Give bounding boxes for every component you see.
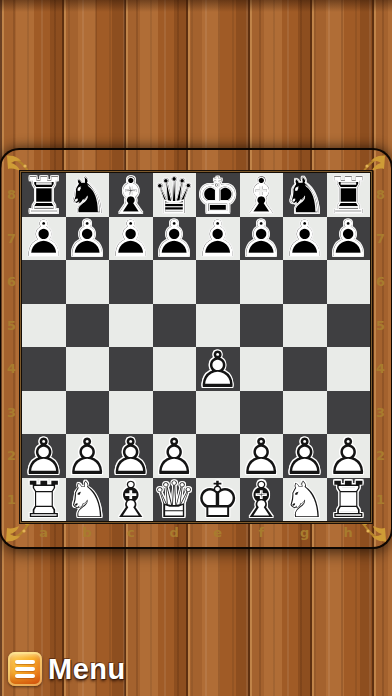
- piece-outline-glyph: ♖: [327, 479, 371, 523]
- square-b7[interactable]: ♟♙: [66, 217, 110, 261]
- rank-label-right-4: 4: [370, 347, 391, 391]
- piece-black-pawn[interactable]: ♟♙: [22, 217, 66, 261]
- rank-label-right-1: 1: [370, 478, 391, 522]
- file-label-c: c: [109, 522, 153, 546]
- square-b5[interactable]: [66, 304, 110, 348]
- square-a5[interactable]: [22, 304, 66, 348]
- square-a6[interactable]: [22, 260, 66, 304]
- square-b6[interactable]: [66, 260, 110, 304]
- rank-label-right-2: 2: [370, 434, 391, 478]
- file-label-f: f: [240, 522, 284, 546]
- square-g4[interactable]: [283, 347, 327, 391]
- square-e1[interactable]: ♚♔: [196, 478, 240, 522]
- piece-outline-glyph: ♘: [66, 479, 110, 523]
- piece-outline-glyph: ♔: [196, 479, 240, 523]
- square-b4[interactable]: [66, 347, 110, 391]
- file-label-g: g: [283, 522, 327, 546]
- rank-label-left-6: 6: [1, 260, 22, 304]
- menu-button[interactable]: Menu: [8, 652, 126, 686]
- rank-label-left-3: 3: [1, 391, 22, 435]
- square-f5[interactable]: [240, 304, 284, 348]
- file-labels-bottom: abcdefgh: [22, 522, 370, 546]
- piece-outline-glyph: ♘: [283, 479, 327, 523]
- square-a1[interactable]: ♜♖: [22, 478, 66, 522]
- rank-label-right-6: 6: [370, 260, 391, 304]
- square-h4[interactable]: [327, 347, 371, 391]
- rank-label-right-7: 7: [370, 217, 391, 261]
- rank-label-right-8: 8: [370, 173, 391, 217]
- rank-label-right-5: 5: [370, 304, 391, 348]
- menu-button-label: Menu: [48, 655, 126, 684]
- piece-outline-glyph: ♖: [22, 479, 66, 523]
- piece-white-king[interactable]: ♚♔: [196, 478, 240, 522]
- square-g5[interactable]: [283, 304, 327, 348]
- square-g6[interactable]: [283, 260, 327, 304]
- square-a4[interactable]: [22, 347, 66, 391]
- square-h6[interactable]: [327, 260, 371, 304]
- square-e6[interactable]: [196, 260, 240, 304]
- piece-black-pawn[interactable]: ♟♙: [196, 217, 240, 261]
- piece-white-rook[interactable]: ♜♖: [22, 478, 66, 522]
- piece-white-knight[interactable]: ♞♘: [283, 478, 327, 522]
- piece-white-rook[interactable]: ♜♖: [327, 478, 371, 522]
- square-h7[interactable]: ♟♙: [327, 217, 371, 261]
- piece-white-knight[interactable]: ♞♘: [66, 478, 110, 522]
- square-e3[interactable]: [196, 391, 240, 435]
- piece-black-pawn[interactable]: ♟♙: [327, 217, 371, 261]
- square-a7[interactable]: ♟♙: [22, 217, 66, 261]
- square-c7[interactable]: ♟♙: [109, 217, 153, 261]
- piece-black-pawn[interactable]: ♟♙: [240, 217, 284, 261]
- rank-labels-left: 87654321: [1, 173, 22, 521]
- piece-outline-glyph: ♕: [153, 479, 197, 523]
- file-label-d: d: [153, 522, 197, 546]
- square-d6[interactable]: [153, 260, 197, 304]
- piece-outline-glyph: ♗: [240, 479, 284, 523]
- rank-label-left-8: 8: [1, 173, 22, 217]
- piece-white-bishop[interactable]: ♝♗: [109, 478, 153, 522]
- square-f4[interactable]: [240, 347, 284, 391]
- square-d5[interactable]: [153, 304, 197, 348]
- file-label-b: b: [66, 522, 110, 546]
- piece-white-queen[interactable]: ♛♕: [153, 478, 197, 522]
- hamburger-menu-icon: [8, 652, 42, 686]
- square-d1[interactable]: ♛♕: [153, 478, 197, 522]
- square-c1[interactable]: ♝♗: [109, 478, 153, 522]
- square-c5[interactable]: [109, 304, 153, 348]
- square-g7[interactable]: ♟♙: [283, 217, 327, 261]
- square-g1[interactable]: ♞♘: [283, 478, 327, 522]
- piece-black-pawn[interactable]: ♟♙: [153, 217, 197, 261]
- rank-label-right-3: 3: [370, 391, 391, 435]
- square-d4[interactable]: [153, 347, 197, 391]
- piece-outline-glyph: ♙: [196, 348, 240, 392]
- piece-outline-glyph: ♗: [109, 479, 153, 523]
- square-e4[interactable]: ♟♙: [196, 347, 240, 391]
- square-b1[interactable]: ♞♘: [66, 478, 110, 522]
- square-c6[interactable]: [109, 260, 153, 304]
- square-c4[interactable]: [109, 347, 153, 391]
- file-label-e: e: [196, 522, 240, 546]
- file-label-h: h: [327, 522, 371, 546]
- file-label-a: a: [22, 522, 66, 546]
- board-squares: ♜♖♞♘♝♗♛♕♚♔♝♗♞♘♜♖♟♙♟♙♟♙♟♙♟♙♟♙♟♙♟♙♟♙♟♙♟♙♟♙…: [22, 173, 370, 521]
- square-h1[interactable]: ♜♖: [327, 478, 371, 522]
- piece-outline-glyph: ♙: [283, 218, 327, 262]
- piece-outline-glyph: ♙: [22, 218, 66, 262]
- rank-label-left-1: 1: [1, 478, 22, 522]
- chess-board: 87654321 87654321 ♜♖♞♘♝♗♛♕♚♔♝♗♞♘♜♖♟♙♟♙♟♙…: [1, 150, 391, 547]
- piece-white-bishop[interactable]: ♝♗: [240, 478, 284, 522]
- rank-label-left-2: 2: [1, 434, 22, 478]
- piece-outline-glyph: ♙: [109, 218, 153, 262]
- piece-white-pawn[interactable]: ♟♙: [196, 347, 240, 391]
- piece-black-pawn[interactable]: ♟♙: [66, 217, 110, 261]
- square-e7[interactable]: ♟♙: [196, 217, 240, 261]
- piece-outline-glyph: ♙: [66, 218, 110, 262]
- piece-black-pawn[interactable]: ♟♙: [109, 217, 153, 261]
- rank-labels-right: 87654321: [370, 173, 391, 521]
- rank-label-left-4: 4: [1, 347, 22, 391]
- square-f6[interactable]: [240, 260, 284, 304]
- square-f7[interactable]: ♟♙: [240, 217, 284, 261]
- piece-outline-glyph: ♙: [327, 218, 371, 262]
- piece-outline-glyph: ♙: [153, 218, 197, 262]
- rank-label-left-5: 5: [1, 304, 22, 348]
- piece-outline-glyph: ♙: [196, 218, 240, 262]
- square-d7[interactable]: ♟♙: [153, 217, 197, 261]
- square-f1[interactable]: ♝♗: [240, 478, 284, 522]
- piece-outline-glyph: ♙: [240, 218, 284, 262]
- square-h5[interactable]: [327, 304, 371, 348]
- rank-label-left-7: 7: [1, 217, 22, 261]
- piece-black-pawn[interactable]: ♟♙: [283, 217, 327, 261]
